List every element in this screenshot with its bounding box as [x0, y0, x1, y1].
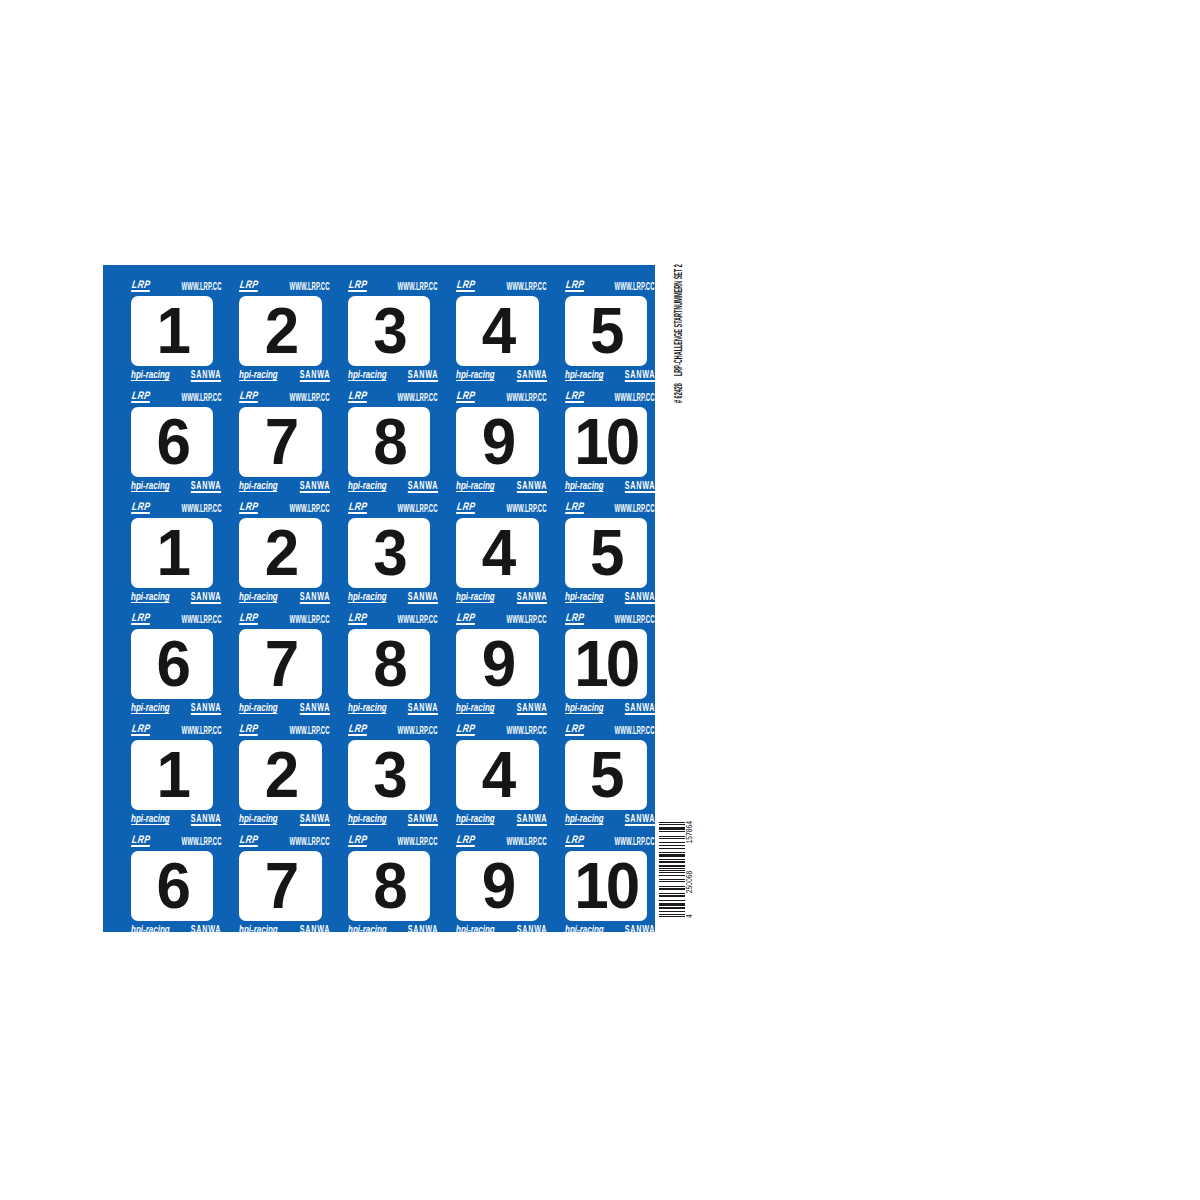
decal-cell-header: LRP WWW.LRP.CC [565, 613, 647, 625]
start-number-plate: 7 [239, 851, 321, 921]
lrp-logo: LRP [565, 834, 585, 847]
start-number: 1 [156, 743, 187, 807]
lrp-url-label: WWW.LRP.CC [289, 504, 329, 514]
lrp-url-label: WWW.LRP.CC [181, 282, 221, 292]
decal-cell: LRP WWW.LRP.CC 2 hpi-racing SANWA [239, 724, 321, 825]
lrp-logo: LRP [456, 279, 476, 292]
lrp-url-label: WWW.LRP.CC [289, 837, 329, 847]
lrp-url-label: WWW.LRP.CC [615, 837, 655, 847]
decal-cell: LRP WWW.LRP.CC 10 hpi-racing SANWA [565, 835, 647, 936]
sanwa-logo: SANWA [625, 703, 655, 715]
lrp-url-label: WWW.LRP.CC [289, 393, 329, 403]
start-number-plate: 8 [348, 629, 430, 699]
hpi-racing-logo: hpi-racing [239, 703, 278, 714]
hpi-racing-logo: hpi-racing [565, 925, 604, 936]
decal-cell: LRP WWW.LRP.CC 7 hpi-racing SANWA [239, 613, 321, 714]
lrp-url-label: WWW.LRP.CC [289, 615, 329, 625]
lrp-logo: LRP [565, 723, 585, 736]
start-number: 3 [373, 743, 404, 807]
decal-cell-footer: hpi-racing SANWA [565, 592, 647, 603]
decal-cell-header: LRP WWW.LRP.CC [348, 613, 430, 625]
decal-cell-footer: hpi-racing SANWA [131, 592, 213, 603]
sanwa-logo: SANWA [408, 370, 438, 382]
start-number: 1 [156, 299, 187, 363]
decal-cell: LRP WWW.LRP.CC 9 hpi-racing SANWA [456, 835, 538, 936]
lrp-url-label: WWW.LRP.CC [615, 615, 655, 625]
start-number: 2 [265, 521, 296, 585]
start-number: 10 [574, 632, 637, 696]
start-number: 4 [482, 299, 513, 363]
decal-cell-header: LRP WWW.LRP.CC [456, 724, 538, 736]
hpi-racing-logo: hpi-racing [456, 703, 495, 714]
sanwa-logo: SANWA [516, 481, 546, 493]
decal-cell-footer: hpi-racing SANWA [565, 481, 647, 492]
decal-cell: LRP WWW.LRP.CC 5 hpi-racing SANWA [565, 502, 647, 603]
side-label: # 62428 LRP-CHALLENGE STARTNUMMERN SET 2 [671, 263, 684, 403]
sanwa-logo: SANWA [408, 925, 438, 937]
hpi-racing-logo: hpi-racing [131, 814, 170, 825]
sanwa-logo: SANWA [191, 592, 221, 604]
lrp-logo: LRP [131, 723, 151, 736]
start-number-plate: 1 [131, 740, 213, 810]
decal-cell-header: LRP WWW.LRP.CC [565, 724, 647, 736]
start-number-plate: 2 [239, 296, 321, 366]
start-number-plate: 4 [456, 296, 538, 366]
start-number-plate: 2 [239, 740, 321, 810]
lrp-url-label: WWW.LRP.CC [506, 726, 546, 736]
decal-cell-footer: hpi-racing SANWA [131, 814, 213, 825]
lrp-url-label: WWW.LRP.CC [181, 393, 221, 403]
start-number-plate: 3 [348, 518, 430, 588]
decal-cell-footer: hpi-racing SANWA [456, 481, 538, 492]
decal-cell-footer: hpi-racing SANWA [348, 481, 430, 492]
hpi-racing-logo: hpi-racing [239, 814, 278, 825]
lrp-logo: LRP [131, 501, 151, 514]
start-number-plate: 7 [239, 629, 321, 699]
lrp-url-label: WWW.LRP.CC [615, 726, 655, 736]
lrp-logo: LRP [131, 612, 151, 625]
sanwa-logo: SANWA [408, 703, 438, 715]
decal-cell-header: LRP WWW.LRP.CC [456, 613, 538, 625]
start-number: 1 [156, 521, 187, 585]
decal-cell-header: LRP WWW.LRP.CC [239, 502, 321, 514]
hpi-racing-logo: hpi-racing [239, 592, 278, 603]
hpi-racing-logo: hpi-racing [348, 925, 387, 936]
start-number-plate: 6 [131, 407, 213, 477]
lrp-url-label: WWW.LRP.CC [506, 282, 546, 292]
lrp-url-label: WWW.LRP.CC [181, 615, 221, 625]
decal-cell-header: LRP WWW.LRP.CC [456, 391, 538, 403]
hpi-racing-logo: hpi-racing [239, 481, 278, 492]
lrp-url-label: WWW.LRP.CC [615, 393, 655, 403]
barcode-digits: 4 250068 157864 [685, 821, 694, 918]
lrp-logo: LRP [565, 279, 585, 292]
hpi-racing-logo: hpi-racing [131, 481, 170, 492]
decal-cell-header: LRP WWW.LRP.CC [239, 280, 321, 292]
lrp-logo: LRP [348, 723, 368, 736]
decal-cell-header: LRP WWW.LRP.CC [456, 835, 538, 847]
lrp-logo: LRP [456, 723, 476, 736]
sanwa-logo: SANWA [516, 703, 546, 715]
decal-cell-header: LRP WWW.LRP.CC [131, 280, 213, 292]
decal-cell-footer: hpi-racing SANWA [239, 814, 321, 825]
decal-cell: LRP WWW.LRP.CC 8 hpi-racing SANWA [348, 835, 430, 936]
decal-cell: LRP WWW.LRP.CC 4 hpi-racing SANWA [456, 724, 538, 825]
decal-cell-header: LRP WWW.LRP.CC [239, 835, 321, 847]
decal-cell: LRP WWW.LRP.CC 5 hpi-racing SANWA [565, 280, 647, 381]
hpi-racing-logo: hpi-racing [239, 370, 278, 381]
sanwa-logo: SANWA [300, 703, 330, 715]
start-number: 5 [590, 299, 621, 363]
hpi-racing-logo: hpi-racing [131, 703, 170, 714]
decal-cell-footer: hpi-racing SANWA [348, 814, 430, 825]
start-number-plate: 9 [456, 407, 538, 477]
start-number: 10 [574, 854, 637, 918]
start-number: 9 [482, 410, 513, 474]
decal-cell-footer: hpi-racing SANWA [239, 925, 321, 936]
decal-cell: LRP WWW.LRP.CC 9 hpi-racing SANWA [456, 391, 538, 492]
hpi-racing-logo: hpi-racing [131, 925, 170, 936]
start-number: 2 [265, 743, 296, 807]
start-number-plate: 9 [456, 629, 538, 699]
lrp-url-label: WWW.LRP.CC [615, 504, 655, 514]
lrp-logo: LRP [131, 834, 151, 847]
lrp-url-label: WWW.LRP.CC [398, 282, 438, 292]
decal-cell-footer: hpi-racing SANWA [456, 703, 538, 714]
decal-cell-footer: hpi-racing SANWA [131, 481, 213, 492]
lrp-logo: LRP [348, 612, 368, 625]
decal-cell: LRP WWW.LRP.CC 2 hpi-racing SANWA [239, 502, 321, 603]
start-number-plate: 8 [348, 851, 430, 921]
sanwa-logo: SANWA [516, 814, 546, 826]
decal-cell: LRP WWW.LRP.CC 9 hpi-racing SANWA [456, 613, 538, 714]
lrp-url-label: WWW.LRP.CC [615, 282, 655, 292]
start-number: 10 [574, 410, 637, 474]
start-number-plate: 4 [456, 518, 538, 588]
start-number: 4 [482, 743, 513, 807]
start-number-plate: 5 [565, 518, 647, 588]
lrp-url-label: WWW.LRP.CC [289, 726, 329, 736]
barcode-digit-left: 4 [685, 914, 694, 918]
decal-cell-header: LRP WWW.LRP.CC [239, 724, 321, 736]
decal-cell: LRP WWW.LRP.CC 8 hpi-racing SANWA [348, 391, 430, 492]
lrp-url-label: WWW.LRP.CC [398, 837, 438, 847]
start-number: 6 [156, 410, 187, 474]
sanwa-logo: SANWA [408, 814, 438, 826]
decal-cell: LRP WWW.LRP.CC 1 hpi-racing SANWA [131, 724, 213, 825]
start-number-plate: 1 [131, 518, 213, 588]
decal-cell-header: LRP WWW.LRP.CC [131, 724, 213, 736]
start-number: 2 [265, 299, 296, 363]
hpi-racing-logo: hpi-racing [456, 925, 495, 936]
decal-cell: LRP WWW.LRP.CC 6 hpi-racing SANWA [131, 613, 213, 714]
decal-cell: LRP WWW.LRP.CC 4 hpi-racing SANWA [456, 502, 538, 603]
start-number: 3 [373, 299, 404, 363]
sanwa-logo: SANWA [191, 703, 221, 715]
decal-cell-footer: hpi-racing SANWA [348, 703, 430, 714]
lrp-url-label: WWW.LRP.CC [398, 726, 438, 736]
start-number-plate: 10 [565, 629, 647, 699]
lrp-logo: LRP [348, 279, 368, 292]
sanwa-logo: SANWA [408, 481, 438, 493]
hpi-racing-logo: hpi-racing [348, 703, 387, 714]
decal-cell: LRP WWW.LRP.CC 3 hpi-racing SANWA [348, 280, 430, 381]
hpi-racing-logo: hpi-racing [565, 481, 604, 492]
lrp-url-label: WWW.LRP.CC [181, 504, 221, 514]
start-number: 9 [482, 632, 513, 696]
decal-cell-footer: hpi-racing SANWA [456, 592, 538, 603]
decal-cell-header: LRP WWW.LRP.CC [456, 502, 538, 514]
lrp-logo: LRP [131, 279, 151, 292]
start-number: 6 [156, 632, 187, 696]
start-number-plate: 3 [348, 740, 430, 810]
lrp-logo: LRP [239, 834, 259, 847]
hpi-racing-logo: hpi-racing [131, 370, 170, 381]
decal-cell: LRP WWW.LRP.CC 3 hpi-racing SANWA [348, 502, 430, 603]
start-number: 5 [590, 743, 621, 807]
decal-cell-footer: hpi-racing SANWA [565, 925, 647, 936]
hpi-racing-logo: hpi-racing [348, 814, 387, 825]
decal-cell-header: LRP WWW.LRP.CC [565, 391, 647, 403]
decal-cell-footer: hpi-racing SANWA [348, 370, 430, 381]
start-number-plate: 5 [565, 740, 647, 810]
decal-cell-footer: hpi-racing SANWA [348, 592, 430, 603]
start-number-plate: 4 [456, 740, 538, 810]
lrp-url-label: WWW.LRP.CC [181, 837, 221, 847]
hpi-racing-logo: hpi-racing [565, 814, 604, 825]
sanwa-logo: SANWA [191, 925, 221, 937]
decal-cell: LRP WWW.LRP.CC 7 hpi-racing SANWA [239, 835, 321, 936]
hpi-racing-logo: hpi-racing [565, 370, 604, 381]
decal-cell: LRP WWW.LRP.CC 5 hpi-racing SANWA [565, 724, 647, 825]
lrp-logo: LRP [565, 501, 585, 514]
sanwa-logo: SANWA [300, 925, 330, 937]
sanwa-logo: SANWA [516, 370, 546, 382]
decal-cell-footer: hpi-racing SANWA [239, 481, 321, 492]
decal-cell-header: LRP WWW.LRP.CC [131, 613, 213, 625]
lrp-logo: LRP [456, 390, 476, 403]
decal-cell-header: LRP WWW.LRP.CC [239, 391, 321, 403]
hpi-racing-logo: hpi-racing [348, 481, 387, 492]
decal-cell-footer: hpi-racing SANWA [565, 703, 647, 714]
sanwa-logo: SANWA [300, 814, 330, 826]
sanwa-logo: SANWA [408, 592, 438, 604]
lrp-logo: LRP [565, 612, 585, 625]
lrp-url-label: WWW.LRP.CC [506, 504, 546, 514]
lrp-logo: LRP [239, 390, 259, 403]
start-number-plate: 3 [348, 296, 430, 366]
decal-cell-footer: hpi-racing SANWA [131, 703, 213, 714]
hpi-racing-logo: hpi-racing [456, 481, 495, 492]
hpi-racing-logo: hpi-racing [565, 703, 604, 714]
start-number: 9 [482, 854, 513, 918]
start-number: 8 [373, 410, 404, 474]
decal-cell-header: LRP WWW.LRP.CC [348, 391, 430, 403]
decal-cell: LRP WWW.LRP.CC 4 hpi-racing SANWA [456, 280, 538, 381]
decal-cell-header: LRP WWW.LRP.CC [456, 280, 538, 292]
lrp-logo: LRP [456, 501, 476, 514]
decal-cell-footer: hpi-racing SANWA [565, 814, 647, 825]
lrp-url-label: WWW.LRP.CC [289, 282, 329, 292]
lrp-logo: LRP [565, 390, 585, 403]
start-number-plate: 6 [131, 851, 213, 921]
decal-cell-footer: hpi-racing SANWA [456, 370, 538, 381]
sanwa-logo: SANWA [516, 592, 546, 604]
start-number-plate: 8 [348, 407, 430, 477]
lrp-logo: LRP [456, 834, 476, 847]
lrp-url-label: WWW.LRP.CC [506, 393, 546, 403]
hpi-racing-logo: hpi-racing [565, 592, 604, 603]
start-number: 6 [156, 854, 187, 918]
start-number: 3 [373, 521, 404, 585]
hpi-racing-logo: hpi-racing [131, 592, 170, 603]
decal-cell-header: LRP WWW.LRP.CC [348, 835, 430, 847]
decal-cell-header: LRP WWW.LRP.CC [348, 724, 430, 736]
decal-cell-footer: hpi-racing SANWA [239, 370, 321, 381]
decal-cell-footer: hpi-racing SANWA [239, 592, 321, 603]
decal-cell-header: LRP WWW.LRP.CC [131, 391, 213, 403]
lrp-logo: LRP [348, 501, 368, 514]
decal-sheet: LRP WWW.LRP.CC 1 hpi-racing SANWA LRP WW… [103, 265, 655, 932]
decal-cell-header: LRP WWW.LRP.CC [565, 835, 647, 847]
barcode-bars [659, 820, 685, 918]
decal-cell-footer: hpi-racing SANWA [239, 703, 321, 714]
decal-cell: LRP WWW.LRP.CC 6 hpi-racing SANWA [131, 391, 213, 492]
start-number: 5 [590, 521, 621, 585]
lrp-url-label: WWW.LRP.CC [398, 615, 438, 625]
sanwa-logo: SANWA [300, 481, 330, 493]
decal-cell-footer: hpi-racing SANWA [348, 925, 430, 936]
sanwa-logo: SANWA [625, 814, 655, 826]
decal-cell: LRP WWW.LRP.CC 2 hpi-racing SANWA [239, 280, 321, 381]
lrp-url-label: WWW.LRP.CC [181, 726, 221, 736]
hpi-racing-logo: hpi-racing [239, 925, 278, 936]
sanwa-logo: SANWA [625, 481, 655, 493]
start-number-plate: 10 [565, 851, 647, 921]
decal-cell-header: LRP WWW.LRP.CC [239, 613, 321, 625]
hpi-racing-logo: hpi-racing [348, 592, 387, 603]
start-number-plate: 5 [565, 296, 647, 366]
product-image: LRP WWW.LRP.CC 1 hpi-racing SANWA LRP WW… [0, 0, 1200, 1200]
decal-cell: LRP WWW.LRP.CC 7 hpi-racing SANWA [239, 391, 321, 492]
lrp-logo: LRP [239, 501, 259, 514]
decal-cell: LRP WWW.LRP.CC 6 hpi-racing SANWA [131, 835, 213, 936]
decal-cell: LRP WWW.LRP.CC 8 hpi-racing SANWA [348, 613, 430, 714]
sanwa-logo: SANWA [300, 592, 330, 604]
start-number: 7 [265, 410, 296, 474]
hpi-racing-logo: hpi-racing [456, 592, 495, 603]
decal-cell: LRP WWW.LRP.CC 1 hpi-racing SANWA [131, 280, 213, 381]
start-number-plate: 10 [565, 407, 647, 477]
lrp-url-label: WWW.LRP.CC [398, 504, 438, 514]
decal-cell: LRP WWW.LRP.CC 3 hpi-racing SANWA [348, 724, 430, 825]
decal-cell-header: LRP WWW.LRP.CC [131, 502, 213, 514]
barcode-digits-group1: 250068 [685, 871, 694, 894]
product-title: LRP-CHALLENGE STARTNUMMERN SET 2 [672, 264, 684, 376]
decal-cell-footer: hpi-racing SANWA [131, 370, 213, 381]
lrp-logo: LRP [348, 390, 368, 403]
start-number: 8 [373, 632, 404, 696]
sanwa-logo: SANWA [191, 370, 221, 382]
sanwa-logo: SANWA [516, 925, 546, 937]
decal-cell-header: LRP WWW.LRP.CC [131, 835, 213, 847]
start-number: 7 [265, 632, 296, 696]
start-number-plate: 6 [131, 629, 213, 699]
decal-cell-footer: hpi-racing SANWA [131, 925, 213, 936]
decal-cell-footer: hpi-racing SANWA [456, 814, 538, 825]
lrp-logo: LRP [456, 612, 476, 625]
sanwa-logo: SANWA [625, 370, 655, 382]
sanwa-logo: SANWA [300, 370, 330, 382]
lrp-logo: LRP [131, 390, 151, 403]
decal-cell: LRP WWW.LRP.CC 10 hpi-racing SANWA [565, 391, 647, 492]
start-number: 8 [373, 854, 404, 918]
barcode: 4 250068 157864 [659, 818, 695, 918]
sanwa-logo: SANWA [625, 592, 655, 604]
hpi-racing-logo: hpi-racing [456, 370, 495, 381]
lrp-logo: LRP [239, 723, 259, 736]
start-number-plate: 1 [131, 296, 213, 366]
decal-cell-footer: hpi-racing SANWA [565, 370, 647, 381]
sanwa-logo: SANWA [625, 925, 655, 937]
decal-cell-footer: hpi-racing SANWA [456, 925, 538, 936]
barcode-digits-group2: 157864 [685, 821, 694, 844]
lrp-logo: LRP [348, 834, 368, 847]
decal-cell: LRP WWW.LRP.CC 1 hpi-racing SANWA [131, 502, 213, 603]
part-number: # 62428 [672, 383, 684, 403]
start-number: 7 [265, 854, 296, 918]
lrp-logo: LRP [239, 612, 259, 625]
sanwa-logo: SANWA [191, 481, 221, 493]
decal-cell-header: LRP WWW.LRP.CC [348, 502, 430, 514]
start-number: 4 [482, 521, 513, 585]
decal-cell-header: LRP WWW.LRP.CC [348, 280, 430, 292]
decal-cell-header: LRP WWW.LRP.CC [565, 502, 647, 514]
hpi-racing-logo: hpi-racing [456, 814, 495, 825]
decal-cell: LRP WWW.LRP.CC 10 hpi-racing SANWA [565, 613, 647, 714]
hpi-racing-logo: hpi-racing [348, 370, 387, 381]
lrp-url-label: WWW.LRP.CC [398, 393, 438, 403]
lrp-logo: LRP [239, 279, 259, 292]
start-number-plate: 7 [239, 407, 321, 477]
lrp-url-label: WWW.LRP.CC [506, 837, 546, 847]
decal-cell-header: LRP WWW.LRP.CC [565, 280, 647, 292]
start-number-plate: 9 [456, 851, 538, 921]
start-number-plate: 2 [239, 518, 321, 588]
sanwa-logo: SANWA [191, 814, 221, 826]
lrp-url-label: WWW.LRP.CC [506, 615, 546, 625]
